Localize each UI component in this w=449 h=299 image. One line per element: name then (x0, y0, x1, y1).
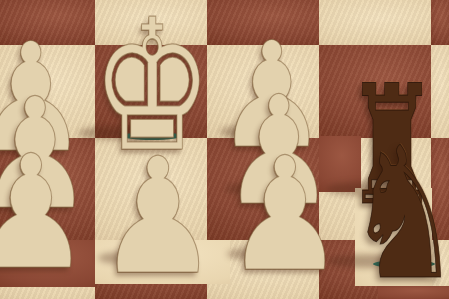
pieces-layer: ♟♟♟♚♟♟♟♟♜♞ (0, 0, 449, 299)
white-pawn[interactable]: ♟ (225, 136, 345, 293)
black-knight[interactable]: ♞ (347, 123, 449, 299)
white-pawn[interactable]: ♟ (97, 137, 219, 297)
chessboard-photo: ♟♟♟♚♟♟♟♟♜♞ (0, 0, 449, 299)
white-pawn[interactable]: ♟ (0, 134, 91, 291)
